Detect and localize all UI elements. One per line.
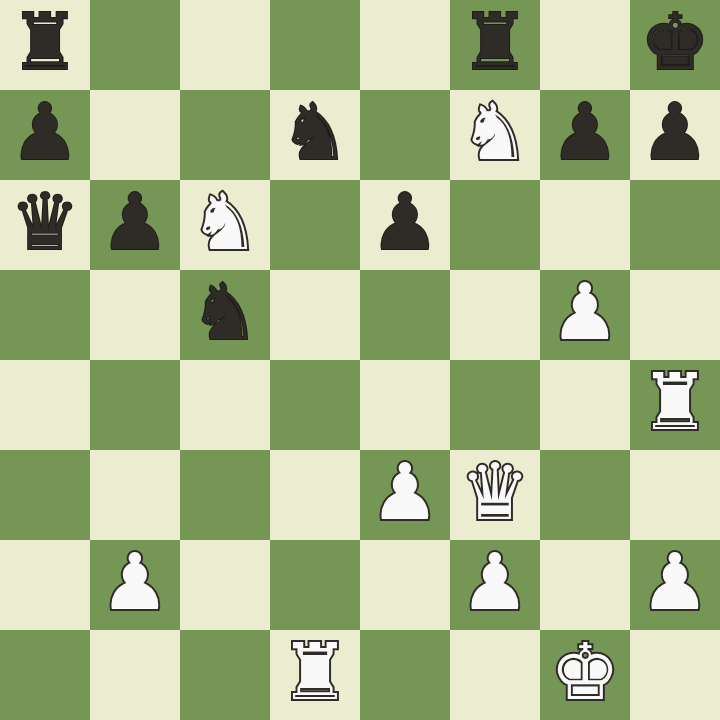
square-a4[interactable] <box>0 360 90 450</box>
square-f3[interactable]: ♛ <box>450 450 540 540</box>
square-h2[interactable]: ♟ <box>630 540 720 630</box>
white-pawn[interactable]: ♟ <box>640 537 710 627</box>
square-c2[interactable] <box>180 540 270 630</box>
square-c8[interactable] <box>180 0 270 90</box>
white-king[interactable]: ♚ <box>550 627 620 717</box>
square-e8[interactable] <box>360 0 450 90</box>
square-h5[interactable] <box>630 270 720 360</box>
chess-board: ♜♜♚♟♞♞♟♟♛♟♞♟♞♟♜♟♛♟♟♟♜♚ <box>0 0 720 720</box>
square-c5[interactable]: ♞ <box>180 270 270 360</box>
white-rook[interactable]: ♜ <box>280 627 350 717</box>
square-f6[interactable] <box>450 180 540 270</box>
square-d5[interactable] <box>270 270 360 360</box>
square-a1[interactable] <box>0 630 90 720</box>
white-rook[interactable]: ♜ <box>640 357 710 447</box>
square-e4[interactable] <box>360 360 450 450</box>
square-f5[interactable] <box>450 270 540 360</box>
square-g1[interactable]: ♚ <box>540 630 630 720</box>
square-e3[interactable]: ♟ <box>360 450 450 540</box>
square-h8[interactable]: ♚ <box>630 0 720 90</box>
square-d8[interactable] <box>270 0 360 90</box>
black-pawn[interactable]: ♟ <box>100 177 170 267</box>
square-c3[interactable] <box>180 450 270 540</box>
square-c6[interactable]: ♞ <box>180 180 270 270</box>
square-b3[interactable] <box>90 450 180 540</box>
square-c4[interactable] <box>180 360 270 450</box>
square-b4[interactable] <box>90 360 180 450</box>
black-rook[interactable]: ♜ <box>10 0 80 87</box>
square-e6[interactable]: ♟ <box>360 180 450 270</box>
white-pawn[interactable]: ♟ <box>550 267 620 357</box>
square-f1[interactable] <box>450 630 540 720</box>
square-f2[interactable]: ♟ <box>450 540 540 630</box>
square-b6[interactable]: ♟ <box>90 180 180 270</box>
square-g5[interactable]: ♟ <box>540 270 630 360</box>
square-b8[interactable] <box>90 0 180 90</box>
square-d2[interactable] <box>270 540 360 630</box>
square-b7[interactable] <box>90 90 180 180</box>
white-pawn[interactable]: ♟ <box>370 447 440 537</box>
square-d4[interactable] <box>270 360 360 450</box>
square-g6[interactable] <box>540 180 630 270</box>
black-rook[interactable]: ♜ <box>460 0 530 87</box>
square-f8[interactable]: ♜ <box>450 0 540 90</box>
square-g3[interactable] <box>540 450 630 540</box>
square-c7[interactable] <box>180 90 270 180</box>
black-knight[interactable]: ♞ <box>190 267 260 357</box>
square-d1[interactable]: ♜ <box>270 630 360 720</box>
black-pawn[interactable]: ♟ <box>640 87 710 177</box>
square-a6[interactable]: ♛ <box>0 180 90 270</box>
square-h1[interactable] <box>630 630 720 720</box>
square-e7[interactable] <box>360 90 450 180</box>
square-a2[interactable] <box>0 540 90 630</box>
white-knight[interactable]: ♞ <box>460 87 530 177</box>
square-f4[interactable] <box>450 360 540 450</box>
square-e2[interactable] <box>360 540 450 630</box>
white-queen[interactable]: ♛ <box>460 447 530 537</box>
square-g4[interactable] <box>540 360 630 450</box>
square-h6[interactable] <box>630 180 720 270</box>
square-b5[interactable] <box>90 270 180 360</box>
square-d6[interactable] <box>270 180 360 270</box>
white-pawn[interactable]: ♟ <box>100 537 170 627</box>
square-g2[interactable] <box>540 540 630 630</box>
white-pawn[interactable]: ♟ <box>460 537 530 627</box>
square-d3[interactable] <box>270 450 360 540</box>
square-a5[interactable] <box>0 270 90 360</box>
square-f7[interactable]: ♞ <box>450 90 540 180</box>
white-knight[interactable]: ♞ <box>190 177 260 267</box>
square-e5[interactable] <box>360 270 450 360</box>
black-pawn[interactable]: ♟ <box>550 87 620 177</box>
square-h3[interactable] <box>630 450 720 540</box>
square-e1[interactable] <box>360 630 450 720</box>
square-b1[interactable] <box>90 630 180 720</box>
square-d7[interactable]: ♞ <box>270 90 360 180</box>
square-a7[interactable]: ♟ <box>0 90 90 180</box>
black-pawn[interactable]: ♟ <box>370 177 440 267</box>
square-a8[interactable]: ♜ <box>0 0 90 90</box>
black-knight[interactable]: ♞ <box>280 87 350 177</box>
black-pawn[interactable]: ♟ <box>10 87 80 177</box>
square-a3[interactable] <box>0 450 90 540</box>
square-h4[interactable]: ♜ <box>630 360 720 450</box>
square-b2[interactable]: ♟ <box>90 540 180 630</box>
square-g8[interactable] <box>540 0 630 90</box>
black-queen[interactable]: ♛ <box>10 177 80 267</box>
square-g7[interactable]: ♟ <box>540 90 630 180</box>
black-king[interactable]: ♚ <box>640 0 710 87</box>
square-c1[interactable] <box>180 630 270 720</box>
square-h7[interactable]: ♟ <box>630 90 720 180</box>
